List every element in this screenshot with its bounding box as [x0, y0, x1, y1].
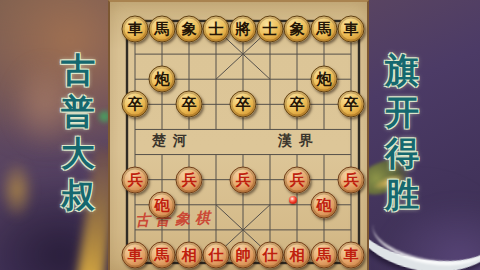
piece-red-相[interactable]: 相 — [284, 241, 311, 268]
river-label-chu: 楚河 — [152, 132, 194, 150]
right-banner-title: 旗开得胜 — [379, 50, 425, 216]
move-indicator-dot — [289, 196, 297, 204]
piece-red-兵[interactable]: 兵 — [338, 166, 365, 193]
piece-black-車[interactable]: 車 — [122, 16, 149, 43]
xiangqi-scene: 古普大叔 旗开得胜 楚河 漢界 古普象棋 車馬象士將士象馬車炮炮卒卒卒卒 — [0, 0, 480, 270]
piece-red-車[interactable]: 車 — [338, 241, 365, 268]
piece-red-仕[interactable]: 仕 — [257, 241, 284, 268]
piece-red-砲[interactable]: 砲 — [311, 191, 338, 218]
piece-black-象[interactable]: 象 — [176, 16, 203, 43]
statue-gold-ornament — [0, 160, 34, 220]
left-banner-title: 古普大叔 — [55, 50, 101, 216]
piece-black-卒[interactable]: 卒 — [284, 91, 311, 118]
xiangqi-board[interactable]: 楚河 漢界 古普象棋 車馬象士將士象馬車炮炮卒卒卒卒卒兵兵兵兵兵砲砲車馬相仕帥仕… — [108, 0, 369, 270]
piece-red-馬[interactable]: 馬 — [311, 241, 338, 268]
piece-black-炮[interactable]: 炮 — [311, 66, 338, 93]
piece-red-車[interactable]: 車 — [122, 241, 149, 268]
piece-black-將[interactable]: 將 — [230, 16, 257, 43]
piece-black-象[interactable]: 象 — [284, 16, 311, 43]
piece-black-卒[interactable]: 卒 — [338, 91, 365, 118]
watermark-text: 古普象棋 — [135, 209, 216, 231]
piece-red-兵[interactable]: 兵 — [176, 166, 203, 193]
piece-black-卒[interactable]: 卒 — [176, 91, 203, 118]
piece-black-卒[interactable]: 卒 — [230, 91, 257, 118]
piece-red-帥[interactable]: 帥 — [230, 241, 257, 268]
piece-red-砲[interactable]: 砲 — [149, 191, 176, 218]
piece-red-仕[interactable]: 仕 — [203, 241, 230, 268]
river-label-han: 漢界 — [278, 132, 320, 150]
piece-black-卒[interactable]: 卒 — [122, 91, 149, 118]
piece-black-士[interactable]: 士 — [257, 16, 284, 43]
piece-black-炮[interactable]: 炮 — [149, 66, 176, 93]
piece-black-馬[interactable]: 馬 — [149, 16, 176, 43]
piece-black-馬[interactable]: 馬 — [311, 16, 338, 43]
piece-red-兵[interactable]: 兵 — [122, 166, 149, 193]
piece-red-兵[interactable]: 兵 — [230, 166, 257, 193]
piece-red-馬[interactable]: 馬 — [149, 241, 176, 268]
piece-red-相[interactable]: 相 — [176, 241, 203, 268]
piece-red-兵[interactable]: 兵 — [284, 166, 311, 193]
piece-black-車[interactable]: 車 — [338, 16, 365, 43]
piece-black-士[interactable]: 士 — [203, 16, 230, 43]
